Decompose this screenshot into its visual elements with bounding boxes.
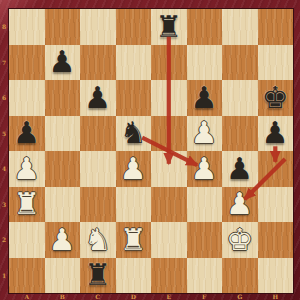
file-label: B [45,293,81,300]
square-e6[interactable] [151,80,187,116]
board-wrap: ♜♟♟♟♚♟♞♟♟♟♟♟♟♜♟♟♞♜♚♜ [8,8,294,294]
square-e2[interactable] [151,222,187,258]
square-c7[interactable] [80,45,116,81]
piece-black-pawn[interactable]: ♟ [258,116,294,152]
piece-white-rook[interactable]: ♜ [116,222,152,258]
file-label: D [116,293,152,300]
chessboard-frame: ♜♟♟♟♚♟♞♟♟♟♟♟♟♜♟♟♞♜♚♜ 87654321ABCDEFGH [0,0,300,300]
piece-black-rook[interactable]: ♜ [80,258,116,294]
square-d7[interactable] [116,45,152,81]
square-b5[interactable] [45,116,81,152]
square-a2[interactable] [9,222,45,258]
square-b6[interactable] [45,80,81,116]
square-g5[interactable] [222,116,258,152]
piece-black-pawn[interactable]: ♟ [9,116,45,152]
square-e4[interactable] [151,151,187,187]
square-g4[interactable]: ♟ [222,151,258,187]
piece-white-pawn[interactable]: ♟ [116,151,152,187]
file-label: C [80,293,116,300]
square-a6[interactable] [9,80,45,116]
square-c1[interactable]: ♜ [80,258,116,294]
piece-white-pawn[interactable]: ♟ [187,151,223,187]
square-d3[interactable] [116,187,152,223]
piece-white-pawn[interactable]: ♟ [9,151,45,187]
square-f4[interactable]: ♟ [187,151,223,187]
square-f5[interactable]: ♟ [187,116,223,152]
square-h1[interactable] [258,258,294,294]
rank-label: 4 [0,151,8,187]
square-b8[interactable] [45,9,81,45]
piece-white-pawn[interactable]: ♟ [222,187,258,223]
square-h3[interactable] [258,187,294,223]
square-b3[interactable] [45,187,81,223]
square-d1[interactable] [116,258,152,294]
square-c8[interactable] [80,9,116,45]
square-b2[interactable]: ♟ [45,222,81,258]
square-g3[interactable]: ♟ [222,187,258,223]
rank-label: 8 [0,9,8,45]
piece-black-knight[interactable]: ♞ [116,116,152,152]
piece-black-pawn[interactable]: ♟ [187,80,223,116]
square-g6[interactable] [222,80,258,116]
rank-label: 2 [0,222,8,258]
piece-white-king[interactable]: ♚ [222,222,258,258]
square-a4[interactable]: ♟ [9,151,45,187]
square-f8[interactable] [187,9,223,45]
square-a3[interactable]: ♜ [9,187,45,223]
square-g8[interactable] [222,9,258,45]
square-h2[interactable] [258,222,294,258]
square-h7[interactable] [258,45,294,81]
piece-white-pawn[interactable]: ♟ [187,116,223,152]
square-e7[interactable] [151,45,187,81]
square-g1[interactable] [222,258,258,294]
rank-label: 6 [0,80,8,116]
square-b1[interactable] [45,258,81,294]
square-a8[interactable] [9,9,45,45]
square-b4[interactable] [45,151,81,187]
square-g2[interactable]: ♚ [222,222,258,258]
square-d5[interactable]: ♞ [116,116,152,152]
square-d8[interactable] [116,9,152,45]
square-b7[interactable]: ♟ [45,45,81,81]
file-label: E [151,293,187,300]
piece-white-rook[interactable]: ♜ [9,187,45,223]
square-f2[interactable] [187,222,223,258]
square-f1[interactable] [187,258,223,294]
square-f3[interactable] [187,187,223,223]
square-h5[interactable]: ♟ [258,116,294,152]
square-c5[interactable] [80,116,116,152]
square-d6[interactable] [116,80,152,116]
piece-black-king[interactable]: ♚ [258,80,294,116]
square-e1[interactable] [151,258,187,294]
square-h4[interactable] [258,151,294,187]
square-h8[interactable] [258,9,294,45]
file-label: H [258,293,294,300]
square-c6[interactable]: ♟ [80,80,116,116]
square-d2[interactable]: ♜ [116,222,152,258]
piece-white-knight[interactable]: ♞ [80,222,116,258]
square-d4[interactable]: ♟ [116,151,152,187]
rank-label: 1 [0,258,8,294]
file-label: G [222,293,258,300]
piece-black-pawn[interactable]: ♟ [222,151,258,187]
square-a7[interactable] [9,45,45,81]
rank-label: 5 [0,116,8,152]
square-f6[interactable]: ♟ [187,80,223,116]
piece-white-pawn[interactable]: ♟ [45,222,81,258]
square-h6[interactable]: ♚ [258,80,294,116]
chessboard: ♜♟♟♟♚♟♞♟♟♟♟♟♟♜♟♟♞♜♚♜ [9,9,293,293]
square-e8[interactable]: ♜ [151,9,187,45]
piece-black-pawn[interactable]: ♟ [45,45,81,81]
square-e5[interactable] [151,116,187,152]
square-c4[interactable] [80,151,116,187]
square-a5[interactable]: ♟ [9,116,45,152]
square-e3[interactable] [151,187,187,223]
square-a1[interactable] [9,258,45,294]
piece-black-rook[interactable]: ♜ [151,9,187,45]
square-f7[interactable] [187,45,223,81]
piece-black-pawn[interactable]: ♟ [80,80,116,116]
square-c3[interactable] [80,187,116,223]
rank-label: 3 [0,187,8,223]
file-label: A [9,293,45,300]
file-label: F [187,293,223,300]
rank-label: 7 [0,45,8,81]
square-g7[interactable] [222,45,258,81]
square-c2[interactable]: ♞ [80,222,116,258]
